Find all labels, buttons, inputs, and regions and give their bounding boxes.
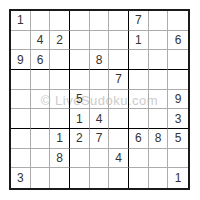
cell-r9c3[interactable] bbox=[50, 168, 70, 188]
cell-r2c6[interactable] bbox=[109, 31, 129, 51]
cell-r4c7[interactable] bbox=[129, 70, 149, 90]
cell-r4c9[interactable] bbox=[168, 70, 188, 90]
cell-r9c7[interactable] bbox=[129, 168, 149, 188]
cell-r2c7[interactable]: 1 bbox=[129, 31, 149, 51]
cell-r3c1[interactable]: 9 bbox=[11, 50, 31, 70]
cell-r3c5[interactable]: 8 bbox=[90, 50, 110, 70]
cell-r8c2[interactable] bbox=[31, 149, 51, 169]
cell-r6c7[interactable] bbox=[129, 109, 149, 129]
cell-r8c1[interactable] bbox=[11, 149, 31, 169]
cell-r9c1[interactable]: 3 bbox=[11, 168, 31, 188]
cell-r9c5[interactable] bbox=[90, 168, 110, 188]
cell-r3c6[interactable] bbox=[109, 50, 129, 70]
cell-r1c8[interactable] bbox=[149, 11, 169, 31]
cell-r1c2[interactable] bbox=[31, 11, 51, 31]
cell-r2c8[interactable] bbox=[149, 31, 169, 51]
cell-r2c3[interactable]: 2 bbox=[50, 31, 70, 51]
cell-r7c9[interactable]: 5 bbox=[168, 129, 188, 149]
cell-r8c5[interactable] bbox=[90, 149, 110, 169]
cell-r4c1[interactable] bbox=[11, 70, 31, 90]
cell-r4c8[interactable] bbox=[149, 70, 169, 90]
cell-r7c8[interactable]: 8 bbox=[149, 129, 169, 149]
cell-r5c6[interactable] bbox=[109, 90, 129, 110]
cell-r3c8[interactable] bbox=[149, 50, 169, 70]
cell-r9c4[interactable] bbox=[70, 168, 90, 188]
cell-r5c4[interactable]: 5 bbox=[70, 90, 90, 110]
cell-r6c9[interactable]: 3 bbox=[168, 109, 188, 129]
cell-r8c8[interactable] bbox=[149, 149, 169, 169]
cell-r7c1[interactable] bbox=[11, 129, 31, 149]
cell-r5c1[interactable] bbox=[11, 90, 31, 110]
cell-r9c2[interactable] bbox=[31, 168, 51, 188]
cell-r5c9[interactable]: 9 bbox=[168, 90, 188, 110]
cell-r5c3[interactable] bbox=[50, 90, 70, 110]
cell-r3c3[interactable] bbox=[50, 50, 70, 70]
cell-r2c1[interactable] bbox=[11, 31, 31, 51]
cell-r7c2[interactable] bbox=[31, 129, 51, 149]
cell-r4c5[interactable] bbox=[90, 70, 110, 90]
cell-r1c1[interactable]: 1 bbox=[11, 11, 31, 31]
cell-r7c4[interactable]: 2 bbox=[70, 129, 90, 149]
cell-r3c9[interactable] bbox=[168, 50, 188, 70]
cell-r2c4[interactable] bbox=[70, 31, 90, 51]
cell-r4c2[interactable] bbox=[31, 70, 51, 90]
cell-r9c9[interactable]: 1 bbox=[168, 168, 188, 188]
cell-r6c4[interactable]: 1 bbox=[70, 109, 90, 129]
cell-r1c6[interactable] bbox=[109, 11, 129, 31]
cell-r5c2[interactable] bbox=[31, 90, 51, 110]
cell-r2c9[interactable]: 6 bbox=[168, 31, 188, 51]
sudoku-board: 1742169687591431276858431 bbox=[9, 9, 190, 190]
cell-r8c3[interactable]: 8 bbox=[50, 149, 70, 169]
cell-r4c6[interactable]: 7 bbox=[109, 70, 129, 90]
cell-r8c9[interactable] bbox=[168, 149, 188, 169]
cell-r1c9[interactable] bbox=[168, 11, 188, 31]
cell-r1c3[interactable] bbox=[50, 11, 70, 31]
cell-r1c4[interactable] bbox=[70, 11, 90, 31]
cell-r2c2[interactable]: 4 bbox=[31, 31, 51, 51]
cell-r5c8[interactable] bbox=[149, 90, 169, 110]
cell-r6c8[interactable] bbox=[149, 109, 169, 129]
cell-r4c3[interactable] bbox=[50, 70, 70, 90]
cell-r7c5[interactable]: 7 bbox=[90, 129, 110, 149]
cell-r7c6[interactable] bbox=[109, 129, 129, 149]
cell-r8c7[interactable] bbox=[129, 149, 149, 169]
cell-r6c6[interactable] bbox=[109, 109, 129, 129]
cell-r2c5[interactable] bbox=[90, 31, 110, 51]
cell-r9c8[interactable] bbox=[149, 168, 169, 188]
cell-r7c7[interactable]: 6 bbox=[129, 129, 149, 149]
cell-r5c5[interactable] bbox=[90, 90, 110, 110]
sudoku-puzzle-image: © LiveSudoku.com 17421696875914312768584… bbox=[0, 0, 200, 200]
cell-r4c4[interactable] bbox=[70, 70, 90, 90]
cell-r6c5[interactable]: 4 bbox=[90, 109, 110, 129]
cell-r3c2[interactable]: 6 bbox=[31, 50, 51, 70]
cell-r6c1[interactable] bbox=[11, 109, 31, 129]
cell-r8c4[interactable] bbox=[70, 149, 90, 169]
cell-r3c7[interactable] bbox=[129, 50, 149, 70]
cell-r9c6[interactable] bbox=[109, 168, 129, 188]
cell-r3c4[interactable] bbox=[70, 50, 90, 70]
cell-r6c2[interactable] bbox=[31, 109, 51, 129]
cell-r6c3[interactable] bbox=[50, 109, 70, 129]
cell-r5c7[interactable] bbox=[129, 90, 149, 110]
cell-r1c7[interactable]: 7 bbox=[129, 11, 149, 31]
cell-r1c5[interactable] bbox=[90, 11, 110, 31]
cell-r8c6[interactable]: 4 bbox=[109, 149, 129, 169]
cell-r7c3[interactable]: 1 bbox=[50, 129, 70, 149]
